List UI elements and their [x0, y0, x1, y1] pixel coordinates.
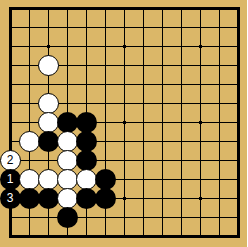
intersection	[134, 0, 153, 18]
intersection	[134, 113, 153, 132]
intersection	[58, 37, 77, 56]
white-stone	[57, 131, 78, 152]
star-point	[123, 197, 126, 200]
intersection	[39, 170, 58, 189]
star-point	[47, 45, 50, 48]
go-diagram: 213	[0, 0, 247, 247]
black-stone	[76, 188, 97, 209]
intersection	[20, 208, 39, 227]
intersection	[20, 18, 39, 37]
black-stone	[95, 188, 116, 209]
intersection	[210, 151, 229, 170]
intersection	[58, 170, 77, 189]
black-stone	[76, 112, 97, 133]
intersection	[39, 18, 58, 37]
intersection	[210, 56, 229, 75]
intersection	[191, 227, 210, 246]
black-stone-move-1: 1	[0, 169, 21, 190]
intersection	[229, 75, 248, 94]
intersection	[172, 56, 191, 75]
intersection	[210, 18, 229, 37]
intersection	[172, 227, 191, 246]
white-stone	[57, 150, 78, 171]
intersection	[96, 151, 115, 170]
intersection	[191, 0, 210, 18]
intersection	[191, 170, 210, 189]
intersection	[1, 18, 20, 37]
white-stone-move-2: 2	[0, 150, 21, 171]
intersection	[134, 132, 153, 151]
intersection	[172, 208, 191, 227]
intersection	[210, 94, 229, 113]
intersection	[153, 132, 172, 151]
star-point	[199, 121, 202, 124]
black-stone	[38, 131, 59, 152]
intersection	[77, 18, 96, 37]
intersection	[172, 18, 191, 37]
star-point	[123, 45, 126, 48]
intersection	[134, 37, 153, 56]
intersection	[115, 18, 134, 37]
intersection	[172, 94, 191, 113]
intersection	[134, 75, 153, 94]
intersection	[39, 56, 58, 75]
intersection	[229, 151, 248, 170]
intersection	[1, 37, 20, 56]
intersection	[58, 0, 77, 18]
move-number-label: 3	[7, 192, 14, 204]
intersection	[20, 56, 39, 75]
intersection	[77, 189, 96, 208]
white-stone	[19, 169, 40, 190]
intersection	[20, 227, 39, 246]
white-stone	[76, 169, 97, 190]
intersection	[153, 113, 172, 132]
intersection	[153, 189, 172, 208]
intersection	[229, 18, 248, 37]
intersection	[210, 132, 229, 151]
intersection	[96, 132, 115, 151]
intersection	[191, 18, 210, 37]
star-point	[199, 45, 202, 48]
intersection	[115, 113, 134, 132]
intersection	[58, 151, 77, 170]
intersection	[39, 227, 58, 246]
intersection	[58, 75, 77, 94]
black-stone	[76, 131, 97, 152]
intersection	[115, 94, 134, 113]
intersection	[96, 189, 115, 208]
intersection	[39, 189, 58, 208]
intersection	[39, 113, 58, 132]
intersection	[134, 94, 153, 113]
intersection	[39, 94, 58, 113]
intersection	[96, 0, 115, 18]
intersection	[134, 18, 153, 37]
intersection	[58, 189, 77, 208]
intersection	[58, 113, 77, 132]
move-number-label: 2	[7, 154, 14, 166]
intersection	[229, 132, 248, 151]
intersection	[1, 132, 20, 151]
intersection	[1, 56, 20, 75]
intersection: 2	[1, 151, 20, 170]
black-stone-move-3: 3	[0, 188, 21, 209]
intersection	[134, 56, 153, 75]
intersection	[172, 189, 191, 208]
intersection	[153, 170, 172, 189]
intersection	[191, 189, 210, 208]
white-stone	[38, 93, 59, 114]
black-stone	[76, 150, 97, 171]
intersection	[77, 0, 96, 18]
intersection	[191, 37, 210, 56]
intersection	[172, 113, 191, 132]
intersection	[39, 151, 58, 170]
intersection	[229, 170, 248, 189]
intersection	[1, 208, 20, 227]
intersection	[20, 189, 39, 208]
intersection	[210, 113, 229, 132]
intersection	[115, 208, 134, 227]
intersection	[210, 37, 229, 56]
intersection	[229, 37, 248, 56]
intersection	[96, 18, 115, 37]
black-stone	[19, 188, 40, 209]
intersection	[115, 170, 134, 189]
intersection	[191, 113, 210, 132]
intersection	[77, 170, 96, 189]
intersection	[77, 37, 96, 56]
intersection	[58, 94, 77, 113]
intersection	[39, 37, 58, 56]
intersection	[20, 151, 39, 170]
intersection	[77, 227, 96, 246]
intersection	[20, 37, 39, 56]
intersection	[115, 75, 134, 94]
black-stone	[38, 188, 59, 209]
intersection	[115, 227, 134, 246]
intersection	[20, 94, 39, 113]
intersection	[39, 75, 58, 94]
white-stone	[38, 169, 59, 190]
intersection	[1, 227, 20, 246]
black-stone	[95, 169, 116, 190]
intersection	[134, 151, 153, 170]
intersection	[172, 0, 191, 18]
intersection	[229, 227, 248, 246]
intersection	[134, 227, 153, 246]
intersection	[1, 94, 20, 113]
intersection	[229, 56, 248, 75]
intersection	[153, 151, 172, 170]
intersection	[134, 189, 153, 208]
intersection	[153, 227, 172, 246]
intersection	[96, 75, 115, 94]
intersection: 1	[1, 170, 20, 189]
intersection	[20, 75, 39, 94]
intersection	[229, 189, 248, 208]
intersection	[115, 56, 134, 75]
intersection	[77, 94, 96, 113]
intersection	[172, 151, 191, 170]
intersection	[134, 170, 153, 189]
intersection	[58, 132, 77, 151]
intersection	[115, 37, 134, 56]
intersection	[229, 208, 248, 227]
go-board: 213	[1, 0, 248, 246]
intersection	[77, 208, 96, 227]
intersection	[210, 75, 229, 94]
intersection	[191, 132, 210, 151]
intersection	[191, 94, 210, 113]
intersection	[77, 56, 96, 75]
intersection	[210, 170, 229, 189]
black-stone	[57, 207, 78, 228]
intersection	[39, 132, 58, 151]
intersection	[153, 56, 172, 75]
intersection	[39, 208, 58, 227]
intersection	[58, 227, 77, 246]
intersection	[20, 170, 39, 189]
intersection	[96, 56, 115, 75]
intersection	[96, 227, 115, 246]
intersection	[58, 208, 77, 227]
intersection	[210, 208, 229, 227]
intersection	[153, 208, 172, 227]
intersection	[210, 227, 229, 246]
intersection	[134, 208, 153, 227]
intersection: 3	[1, 189, 20, 208]
intersection	[20, 0, 39, 18]
intersection	[96, 208, 115, 227]
intersection	[229, 113, 248, 132]
intersection	[229, 0, 248, 18]
intersection	[153, 94, 172, 113]
white-stone	[57, 188, 78, 209]
black-stone	[57, 112, 78, 133]
intersection	[115, 189, 134, 208]
intersection	[172, 170, 191, 189]
intersection	[191, 56, 210, 75]
intersection	[96, 37, 115, 56]
star-point	[199, 197, 202, 200]
intersection	[115, 0, 134, 18]
intersection	[191, 208, 210, 227]
intersection	[172, 132, 191, 151]
white-stone	[38, 112, 59, 133]
intersection	[58, 56, 77, 75]
intersection	[210, 0, 229, 18]
intersection	[58, 18, 77, 37]
move-number-label: 1	[7, 173, 14, 185]
intersection	[77, 75, 96, 94]
intersection	[153, 0, 172, 18]
white-stone	[57, 169, 78, 190]
intersection	[153, 18, 172, 37]
intersection	[20, 132, 39, 151]
intersection	[172, 37, 191, 56]
intersection	[96, 170, 115, 189]
white-stone	[38, 55, 59, 76]
intersection	[96, 113, 115, 132]
intersection	[1, 75, 20, 94]
intersection	[191, 75, 210, 94]
white-stone	[19, 131, 40, 152]
intersection	[77, 113, 96, 132]
intersection	[77, 151, 96, 170]
intersection	[229, 94, 248, 113]
intersection	[115, 151, 134, 170]
intersection	[210, 189, 229, 208]
star-point	[123, 121, 126, 124]
intersection	[172, 75, 191, 94]
intersection	[20, 113, 39, 132]
intersection	[39, 0, 58, 18]
intersection	[1, 113, 20, 132]
intersection	[191, 151, 210, 170]
intersection	[96, 94, 115, 113]
intersection	[77, 132, 96, 151]
intersection	[115, 132, 134, 151]
intersection	[153, 37, 172, 56]
intersection	[153, 75, 172, 94]
intersection	[1, 0, 20, 18]
